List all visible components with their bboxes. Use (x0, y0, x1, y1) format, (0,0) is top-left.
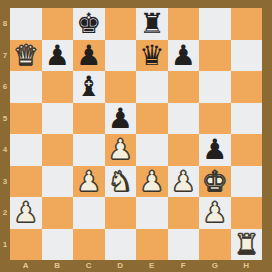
piece-white-pawn[interactable]: ♟ (76, 166, 101, 198)
rank-label-2: 2 (0, 197, 10, 229)
square-d7[interactable] (105, 40, 137, 72)
square-c3[interactable]: ♟ (73, 166, 105, 198)
square-d4[interactable]: ♟ (105, 134, 137, 166)
square-e1[interactable] (136, 229, 168, 261)
square-g7[interactable] (199, 40, 231, 72)
square-c7[interactable]: ♟ (73, 40, 105, 72)
square-e5[interactable] (136, 103, 168, 135)
rank-label-4: 4 (0, 134, 10, 166)
square-e4[interactable] (136, 134, 168, 166)
square-c6[interactable]: ♝ (73, 71, 105, 103)
square-h4[interactable] (231, 134, 263, 166)
piece-white-pawn[interactable]: ♟ (13, 197, 38, 229)
square-b4[interactable] (42, 134, 74, 166)
square-a3[interactable] (10, 166, 42, 198)
piece-white-queen[interactable]: ♛ (13, 40, 38, 72)
square-d1[interactable] (105, 229, 137, 261)
square-e6[interactable] (136, 71, 168, 103)
rank-label-7: 7 (0, 40, 10, 72)
square-f4[interactable] (168, 134, 200, 166)
piece-black-king[interactable]: ♚ (76, 8, 101, 40)
square-e8[interactable]: ♜ (136, 8, 168, 40)
file-label-b: B (42, 260, 74, 272)
square-g8[interactable] (199, 8, 231, 40)
piece-white-knight[interactable]: ♞ (108, 166, 133, 198)
piece-black-pawn[interactable]: ♟ (45, 40, 70, 72)
square-a2[interactable]: ♟ (10, 197, 42, 229)
rank-label-1: 1 (0, 229, 10, 261)
piece-white-rook[interactable]: ♜ (234, 229, 259, 261)
square-f2[interactable] (168, 197, 200, 229)
square-h7[interactable] (231, 40, 263, 72)
square-f6[interactable] (168, 71, 200, 103)
piece-white-king[interactable]: ♚ (202, 166, 227, 198)
file-label-f: F (168, 260, 200, 272)
square-d5[interactable]: ♟ (105, 103, 137, 135)
square-e3[interactable]: ♟ (136, 166, 168, 198)
square-c5[interactable] (73, 103, 105, 135)
piece-white-pawn[interactable]: ♟ (202, 197, 227, 229)
square-h3[interactable] (231, 166, 263, 198)
square-h6[interactable] (231, 71, 263, 103)
square-f1[interactable] (168, 229, 200, 261)
piece-black-pawn[interactable]: ♟ (171, 40, 196, 72)
square-h8[interactable] (231, 8, 263, 40)
square-b8[interactable] (42, 8, 74, 40)
square-g3[interactable]: ♚ (199, 166, 231, 198)
piece-black-pawn[interactable]: ♟ (108, 103, 133, 135)
square-b6[interactable] (42, 71, 74, 103)
piece-white-pawn[interactable]: ♟ (108, 134, 133, 166)
rank-label-8: 8 (0, 8, 10, 40)
piece-black-rook[interactable]: ♜ (139, 8, 164, 40)
file-label-e: E (136, 260, 168, 272)
square-b3[interactable] (42, 166, 74, 198)
square-c4[interactable] (73, 134, 105, 166)
square-e7[interactable]: ♛ (136, 40, 168, 72)
square-b7[interactable]: ♟ (42, 40, 74, 72)
square-d8[interactable] (105, 8, 137, 40)
file-label-h: H (231, 260, 263, 272)
square-b2[interactable] (42, 197, 74, 229)
square-h1[interactable]: ♜ (231, 229, 263, 261)
chess-board-frame: 87654321 ♚♜♛♟♟♛♟♝♟♟♟♟♞♟♟♚♟♟♜ ABCDEFGH (0, 0, 272, 272)
square-f7[interactable]: ♟ (168, 40, 200, 72)
file-label-a: A (10, 260, 42, 272)
square-c1[interactable] (73, 229, 105, 261)
square-g1[interactable] (199, 229, 231, 261)
square-g5[interactable] (199, 103, 231, 135)
piece-black-pawn[interactable]: ♟ (202, 134, 227, 166)
piece-black-pawn[interactable]: ♟ (76, 40, 101, 72)
square-f8[interactable] (168, 8, 200, 40)
rank-label-3: 3 (0, 166, 10, 198)
square-c8[interactable]: ♚ (73, 8, 105, 40)
file-label-d: D (105, 260, 137, 272)
square-e2[interactable] (136, 197, 168, 229)
piece-black-queen[interactable]: ♛ (139, 40, 164, 72)
square-a1[interactable] (10, 229, 42, 261)
piece-white-pawn[interactable]: ♟ (139, 166, 164, 198)
piece-white-pawn[interactable]: ♟ (171, 166, 196, 198)
file-label-c: C (73, 260, 105, 272)
square-f3[interactable]: ♟ (168, 166, 200, 198)
square-a4[interactable] (10, 134, 42, 166)
square-b1[interactable] (42, 229, 74, 261)
square-f5[interactable] (168, 103, 200, 135)
piece-black-bishop[interactable]: ♝ (76, 71, 101, 103)
square-g6[interactable] (199, 71, 231, 103)
square-a7[interactable]: ♛ (10, 40, 42, 72)
square-g4[interactable]: ♟ (199, 134, 231, 166)
square-b5[interactable] (42, 103, 74, 135)
rank-label-5: 5 (0, 103, 10, 135)
file-labels: ABCDEFGH (10, 260, 262, 272)
square-a8[interactable] (10, 8, 42, 40)
square-d3[interactable]: ♞ (105, 166, 137, 198)
square-g2[interactable]: ♟ (199, 197, 231, 229)
rank-labels: 87654321 (0, 8, 10, 260)
square-d2[interactable] (105, 197, 137, 229)
square-a6[interactable] (10, 71, 42, 103)
rank-label-6: 6 (0, 71, 10, 103)
square-a5[interactable] (10, 103, 42, 135)
square-h2[interactable] (231, 197, 263, 229)
square-c2[interactable] (73, 197, 105, 229)
square-h5[interactable] (231, 103, 263, 135)
chess-board: ♚♜♛♟♟♛♟♝♟♟♟♟♞♟♟♚♟♟♜ (10, 8, 262, 260)
file-label-g: G (199, 260, 231, 272)
square-d6[interactable] (105, 71, 137, 103)
